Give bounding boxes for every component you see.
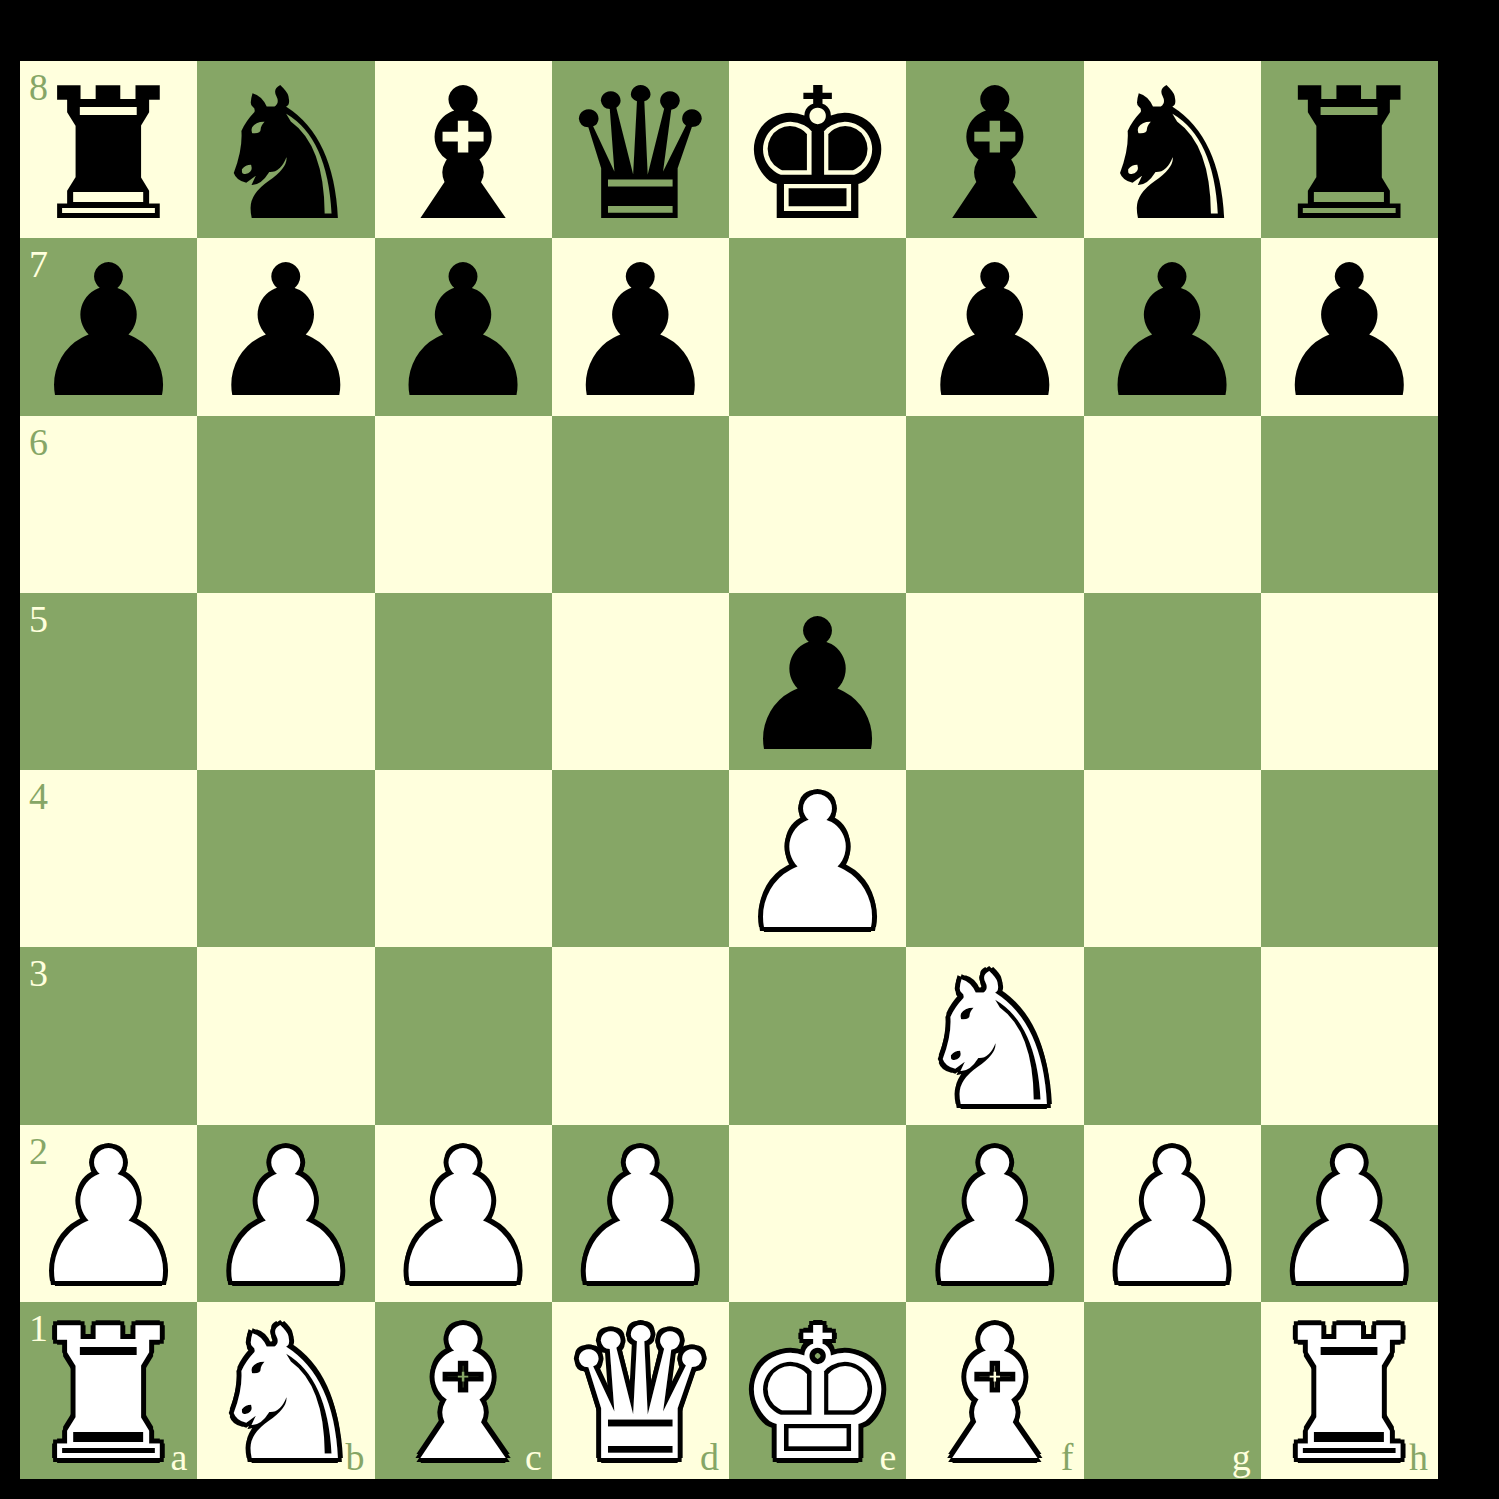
square-h8[interactable]: ♜	[1261, 61, 1438, 238]
rank-label-6: 6	[29, 423, 48, 461]
white-pawn-h2[interactable]: ♟	[1261, 1130, 1438, 1307]
white-rook-h1[interactable]: ♜	[1261, 1307, 1438, 1484]
black-pawn-c7[interactable]: ♟	[375, 243, 552, 420]
black-pawn-a7[interactable]: ♟	[20, 243, 197, 420]
square-f6[interactable]	[906, 416, 1083, 593]
white-pawn-d2[interactable]: ♟	[552, 1130, 729, 1307]
square-a3[interactable]: 3	[20, 947, 197, 1124]
white-bishop-c1[interactable]: ♝	[375, 1307, 552, 1484]
square-h2[interactable]: ♟	[1261, 1125, 1438, 1302]
square-f2[interactable]: ♟	[906, 1125, 1083, 1302]
chess-board: 8♜♞♝♛♚♝♞♜7♟♟♟♟♟♟♟65♟4♟3♞2♟♟♟♟♟♟♟1a♜b♞c♝d…	[20, 61, 1438, 1479]
white-pawn-b2[interactable]: ♟	[197, 1130, 374, 1307]
square-d8[interactable]: ♛	[552, 61, 729, 238]
black-pawn-h7[interactable]: ♟	[1261, 243, 1438, 420]
square-c7[interactable]: ♟	[375, 238, 552, 415]
page-background: 8♜♞♝♛♚♝♞♜7♟♟♟♟♟♟♟65♟4♟3♞2♟♟♟♟♟♟♟1a♜b♞c♝d…	[0, 0, 1499, 1499]
white-pawn-c2[interactable]: ♟	[375, 1130, 552, 1307]
square-g4[interactable]	[1084, 770, 1261, 947]
white-rook-a1[interactable]: ♜	[20, 1307, 197, 1484]
square-h1[interactable]: h♜	[1261, 1302, 1438, 1479]
square-b4[interactable]	[197, 770, 374, 947]
square-e5[interactable]: ♟	[729, 593, 906, 770]
rank-label-5: 5	[29, 600, 48, 638]
square-h3[interactable]	[1261, 947, 1438, 1124]
square-h6[interactable]	[1261, 416, 1438, 593]
square-d6[interactable]	[552, 416, 729, 593]
square-d4[interactable]	[552, 770, 729, 947]
black-bishop-c8[interactable]: ♝	[375, 66, 552, 243]
square-b8[interactable]: ♞	[197, 61, 374, 238]
white-pawn-a2[interactable]: ♟	[20, 1130, 197, 1307]
square-a2[interactable]: 2♟	[20, 1125, 197, 1302]
square-h4[interactable]	[1261, 770, 1438, 947]
black-pawn-f7[interactable]: ♟	[906, 243, 1083, 420]
square-f8[interactable]: ♝	[906, 61, 1083, 238]
file-label-g: g	[1232, 1438, 1251, 1476]
square-f4[interactable]	[906, 770, 1083, 947]
square-c1[interactable]: c♝	[375, 1302, 552, 1479]
square-b6[interactable]	[197, 416, 374, 593]
rank-label-3: 3	[29, 954, 48, 992]
square-a8[interactable]: 8♜	[20, 61, 197, 238]
square-g6[interactable]	[1084, 416, 1261, 593]
square-b7[interactable]: ♟	[197, 238, 374, 415]
square-g3[interactable]	[1084, 947, 1261, 1124]
square-a1[interactable]: 1a♜	[20, 1302, 197, 1479]
white-pawn-g2[interactable]: ♟	[1084, 1130, 1261, 1307]
square-a6[interactable]: 6	[20, 416, 197, 593]
square-b2[interactable]: ♟	[197, 1125, 374, 1302]
square-d7[interactable]: ♟	[552, 238, 729, 415]
square-h5[interactable]	[1261, 593, 1438, 770]
square-g8[interactable]: ♞	[1084, 61, 1261, 238]
square-c6[interactable]	[375, 416, 552, 593]
black-queen-d8[interactable]: ♛	[552, 66, 729, 243]
square-d5[interactable]	[552, 593, 729, 770]
white-bishop-f1[interactable]: ♝	[906, 1307, 1083, 1484]
square-g5[interactable]	[1084, 593, 1261, 770]
square-a7[interactable]: 7♟	[20, 238, 197, 415]
square-c5[interactable]	[375, 593, 552, 770]
square-d2[interactable]: ♟	[552, 1125, 729, 1302]
square-f1[interactable]: f♝	[906, 1302, 1083, 1479]
black-pawn-g7[interactable]: ♟	[1084, 243, 1261, 420]
square-e6[interactable]	[729, 416, 906, 593]
square-d1[interactable]: d♛	[552, 1302, 729, 1479]
square-g1[interactable]: g	[1084, 1302, 1261, 1479]
black-rook-a8[interactable]: ♜	[20, 66, 197, 243]
black-knight-g8[interactable]: ♞	[1084, 66, 1261, 243]
black-rook-h8[interactable]: ♜	[1261, 66, 1438, 243]
white-queen-d1[interactable]: ♛	[552, 1307, 729, 1484]
square-c8[interactable]: ♝	[375, 61, 552, 238]
square-f5[interactable]	[906, 593, 1083, 770]
square-d3[interactable]	[552, 947, 729, 1124]
black-bishop-f8[interactable]: ♝	[906, 66, 1083, 243]
black-king-e8[interactable]: ♚	[729, 66, 906, 243]
square-e7[interactable]	[729, 238, 906, 415]
black-pawn-d7[interactable]: ♟	[552, 243, 729, 420]
square-e3[interactable]	[729, 947, 906, 1124]
black-knight-b8[interactable]: ♞	[197, 66, 374, 243]
black-pawn-b7[interactable]: ♟	[197, 243, 374, 420]
white-knight-f3[interactable]: ♞	[906, 952, 1083, 1129]
square-c4[interactable]	[375, 770, 552, 947]
square-a5[interactable]: 5	[20, 593, 197, 770]
square-e8[interactable]: ♚	[729, 61, 906, 238]
white-pawn-e4[interactable]: ♟	[729, 775, 906, 952]
black-pawn-e5[interactable]: ♟	[729, 598, 906, 775]
square-h7[interactable]: ♟	[1261, 238, 1438, 415]
square-f3[interactable]: ♞	[906, 947, 1083, 1124]
square-e2[interactable]	[729, 1125, 906, 1302]
square-e1[interactable]: e♚	[729, 1302, 906, 1479]
square-b5[interactable]	[197, 593, 374, 770]
white-king-e1[interactable]: ♚	[729, 1307, 906, 1484]
rank-label-4: 4	[29, 777, 48, 815]
white-pawn-f2[interactable]: ♟	[906, 1130, 1083, 1307]
square-f7[interactable]: ♟	[906, 238, 1083, 415]
square-g2[interactable]: ♟	[1084, 1125, 1261, 1302]
square-g7[interactable]: ♟	[1084, 238, 1261, 415]
square-a4[interactable]: 4	[20, 770, 197, 947]
square-c2[interactable]: ♟	[375, 1125, 552, 1302]
square-b1[interactable]: b♞	[197, 1302, 374, 1479]
white-knight-b1[interactable]: ♞	[197, 1307, 374, 1484]
square-b3[interactable]	[197, 947, 374, 1124]
square-c3[interactable]	[375, 947, 552, 1124]
square-e4[interactable]: ♟	[729, 770, 906, 947]
